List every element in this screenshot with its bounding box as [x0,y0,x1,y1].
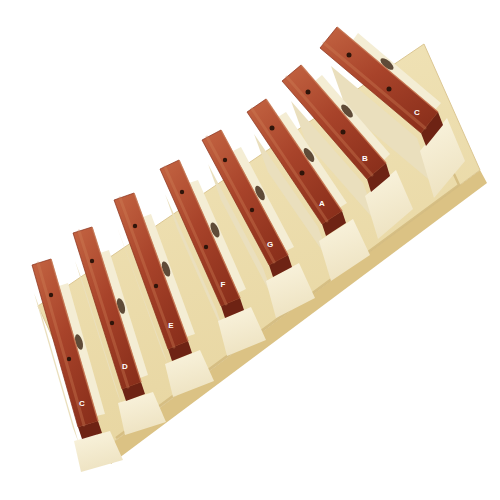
nail-hole [270,126,275,131]
nail-hole [180,190,184,194]
product-image: C B A G [0,0,500,500]
note-label: B [362,154,368,163]
note-label: E [168,321,174,330]
note-label: C [79,399,85,408]
nail-hole [250,208,254,212]
nail-hole [110,321,114,325]
note-label: F [221,280,226,289]
nail-hole [300,171,305,176]
nail-hole [306,90,311,95]
nail-hole [387,87,392,92]
xylophone-photo: C B A G [0,0,500,500]
note-label: G [267,240,273,249]
nail-hole [154,284,158,288]
note-label: A [319,199,325,208]
nail-hole [90,259,94,263]
nail-hole [133,224,137,228]
nail-hole [341,130,346,135]
nail-hole [204,245,208,249]
nail-hole [49,293,53,297]
note-label: C [414,108,420,117]
nail-hole [67,357,71,361]
note-label: D [122,362,128,371]
nail-hole [223,158,227,162]
nail-hole [347,53,352,58]
